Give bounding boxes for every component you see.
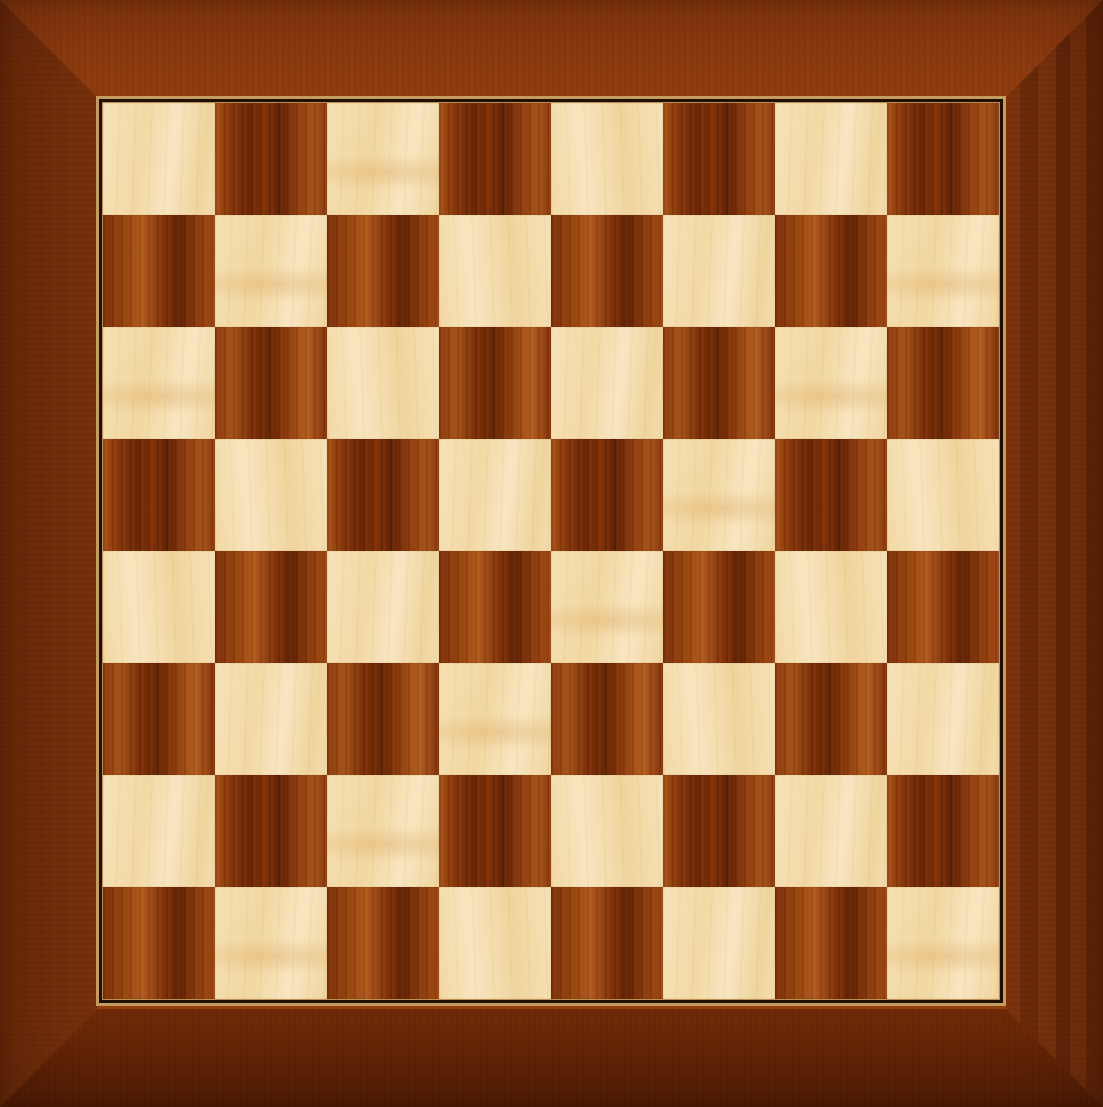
square-c1[interactable] [327, 887, 439, 999]
square-b7[interactable] [215, 215, 327, 327]
inlay-gold-inner-line [102, 102, 1000, 1000]
square-c6[interactable] [327, 327, 439, 439]
square-d1[interactable] [439, 887, 551, 999]
square-e2[interactable] [551, 775, 663, 887]
square-c8[interactable] [327, 103, 439, 215]
square-e1[interactable] [551, 887, 663, 999]
square-a7[interactable] [103, 215, 215, 327]
square-g4[interactable] [775, 551, 887, 663]
square-b3[interactable] [215, 663, 327, 775]
square-b6[interactable] [215, 327, 327, 439]
square-c2[interactable] [327, 775, 439, 887]
square-a8[interactable] [103, 103, 215, 215]
square-b8[interactable] [215, 103, 327, 215]
square-h8[interactable] [887, 103, 999, 215]
chessboard-photo [0, 0, 1103, 1107]
square-a6[interactable] [103, 327, 215, 439]
square-a1[interactable] [103, 887, 215, 999]
square-h4[interactable] [887, 551, 999, 663]
square-b2[interactable] [215, 775, 327, 887]
square-g2[interactable] [775, 775, 887, 887]
square-f4[interactable] [663, 551, 775, 663]
square-e8[interactable] [551, 103, 663, 215]
square-e5[interactable] [551, 439, 663, 551]
square-a2[interactable] [103, 775, 215, 887]
square-e4[interactable] [551, 551, 663, 663]
square-g6[interactable] [775, 327, 887, 439]
square-g3[interactable] [775, 663, 887, 775]
square-f5[interactable] [663, 439, 775, 551]
square-g5[interactable] [775, 439, 887, 551]
square-c7[interactable] [327, 215, 439, 327]
square-d4[interactable] [439, 551, 551, 663]
square-h1[interactable] [887, 887, 999, 999]
square-f3[interactable] [663, 663, 775, 775]
square-f7[interactable] [663, 215, 775, 327]
square-d5[interactable] [439, 439, 551, 551]
square-a3[interactable] [103, 663, 215, 775]
square-e3[interactable] [551, 663, 663, 775]
square-b5[interactable] [215, 439, 327, 551]
inlay-gold-outer-line [96, 96, 1006, 1006]
inlay-black-line [99, 99, 1003, 1003]
square-d6[interactable] [439, 327, 551, 439]
square-d7[interactable] [439, 215, 551, 327]
square-a4[interactable] [103, 551, 215, 663]
square-g7[interactable] [775, 215, 887, 327]
square-f1[interactable] [663, 887, 775, 999]
square-h6[interactable] [887, 327, 999, 439]
square-b4[interactable] [215, 551, 327, 663]
square-d3[interactable] [439, 663, 551, 775]
square-f8[interactable] [663, 103, 775, 215]
board-grid [103, 103, 999, 999]
square-f6[interactable] [663, 327, 775, 439]
square-c4[interactable] [327, 551, 439, 663]
square-h5[interactable] [887, 439, 999, 551]
square-a5[interactable] [103, 439, 215, 551]
square-e6[interactable] [551, 327, 663, 439]
square-g8[interactable] [775, 103, 887, 215]
square-h2[interactable] [887, 775, 999, 887]
square-h3[interactable] [887, 663, 999, 775]
square-c3[interactable] [327, 663, 439, 775]
square-h7[interactable] [887, 215, 999, 327]
square-g1[interactable] [775, 887, 887, 999]
square-d8[interactable] [439, 103, 551, 215]
square-f2[interactable] [663, 775, 775, 887]
square-d2[interactable] [439, 775, 551, 887]
square-e7[interactable] [551, 215, 663, 327]
square-b1[interactable] [215, 887, 327, 999]
square-c5[interactable] [327, 439, 439, 551]
